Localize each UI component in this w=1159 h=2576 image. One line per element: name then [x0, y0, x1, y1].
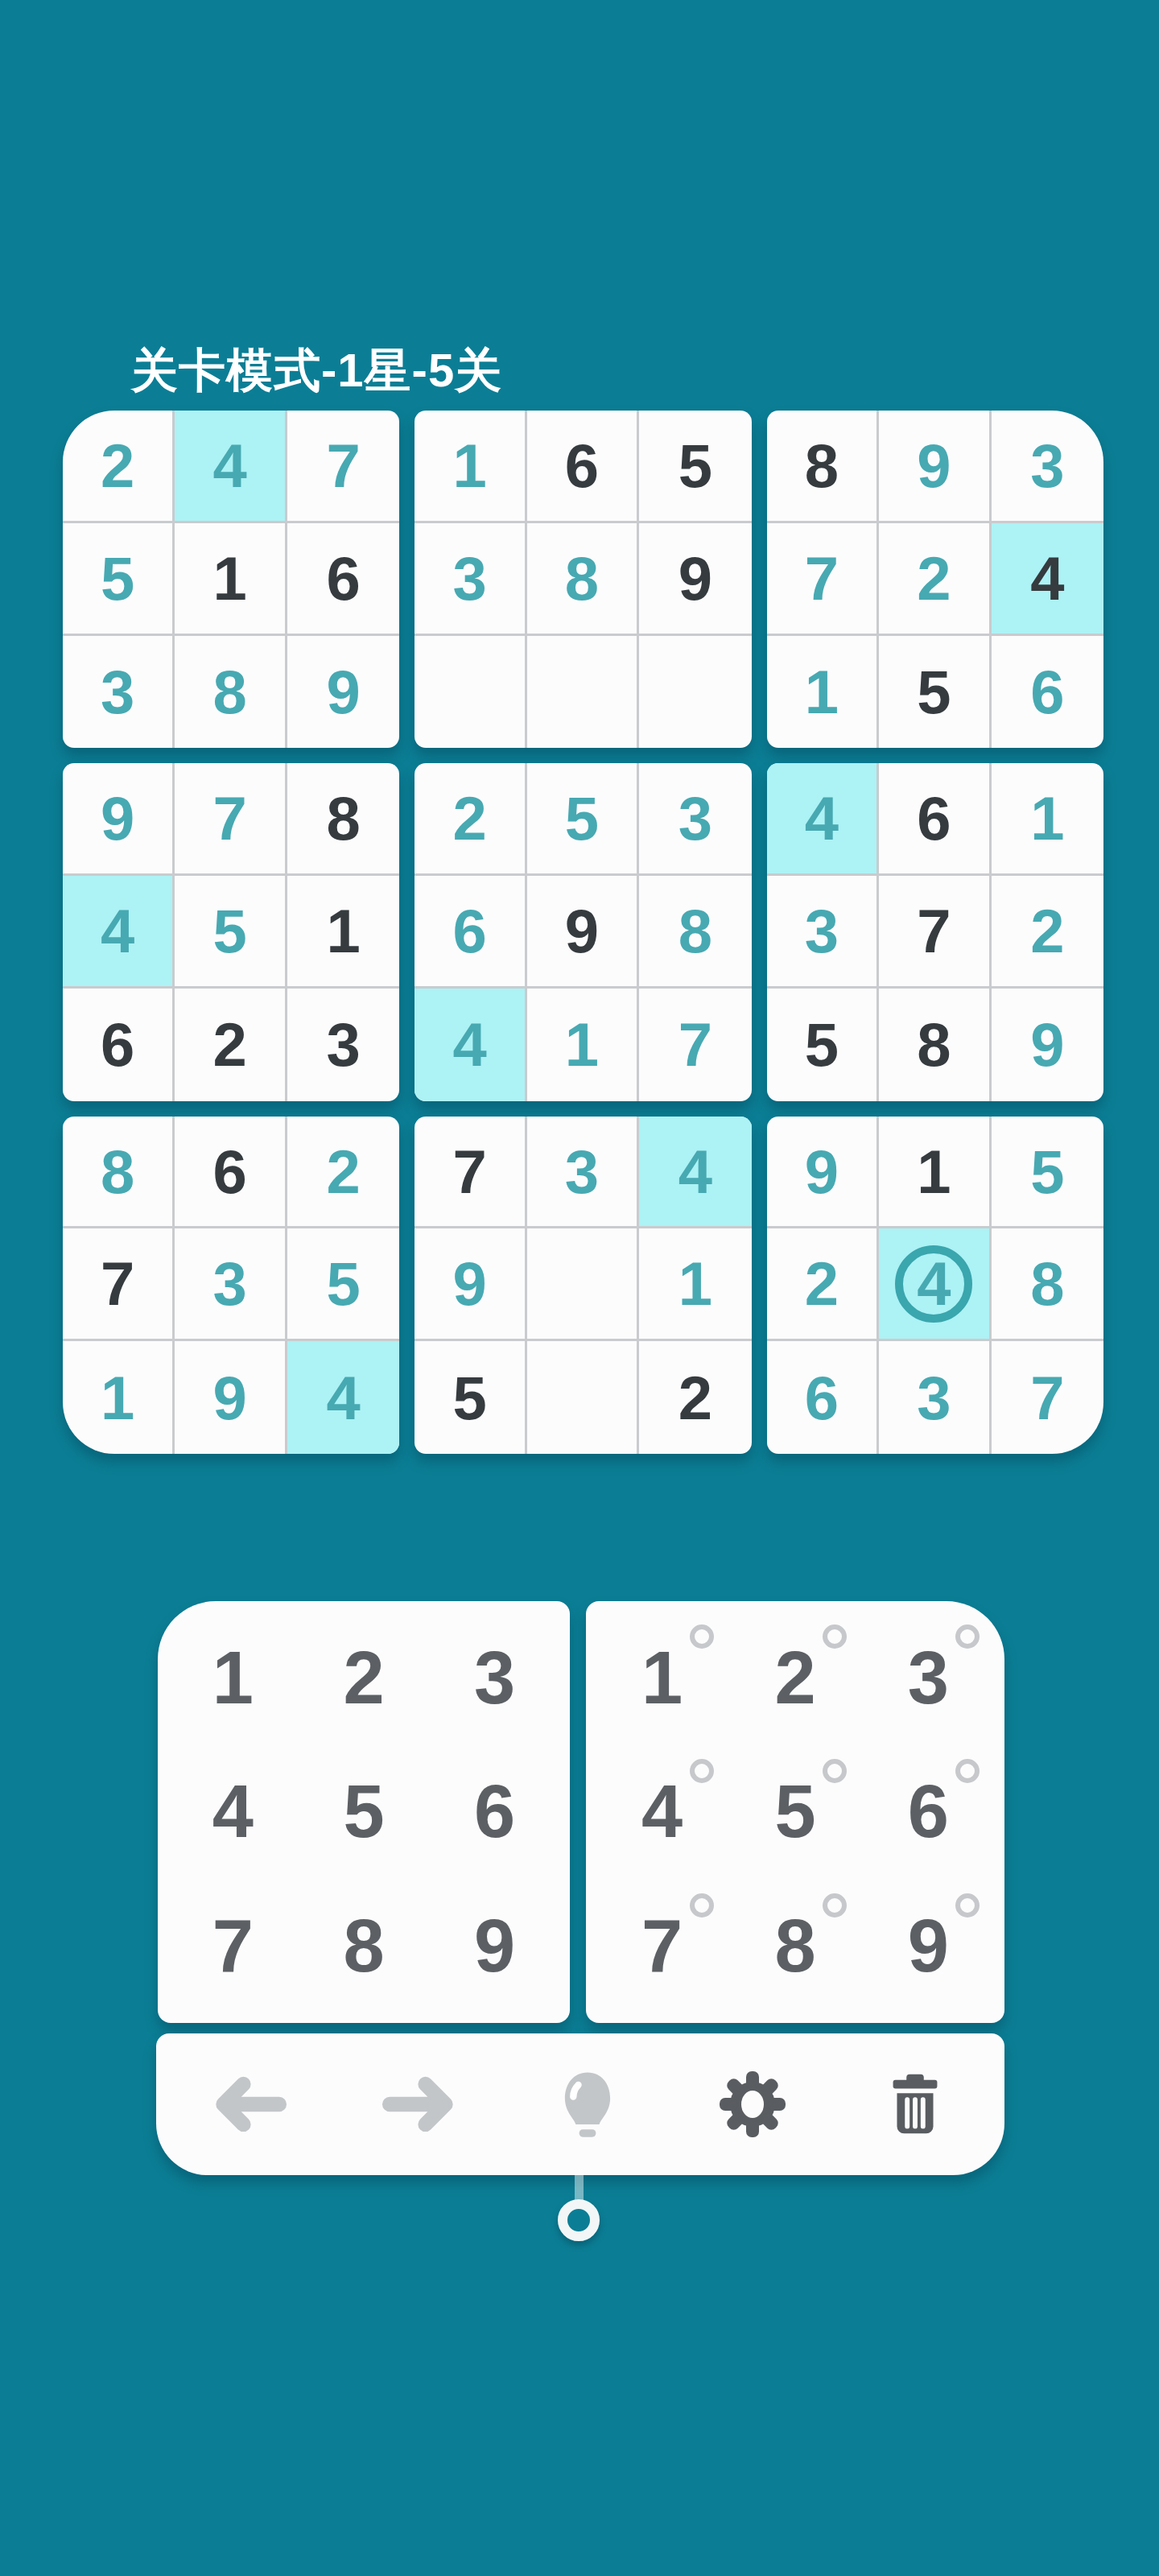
settings-button[interactable]	[714, 2066, 791, 2143]
cell-value: 1	[565, 1009, 599, 1080]
cell-r4c9[interactable]: 1	[992, 763, 1103, 876]
cell-value: 6	[213, 1137, 247, 1207]
cell-r7c2[interactable]: 6	[175, 1117, 287, 1229]
notes-key-2[interactable]: 2	[728, 1611, 861, 1745]
cell-r2c5[interactable]: 8	[527, 523, 639, 636]
cell-r7c8[interactable]: 1	[879, 1117, 991, 1229]
cell-r7c6[interactable]: 4	[639, 1117, 751, 1229]
cell-r8c1[interactable]: 7	[63, 1228, 175, 1341]
cell-value: 6	[326, 543, 360, 613]
cell-r9c8[interactable]: 3	[879, 1341, 991, 1454]
cell-value: 3	[326, 1009, 360, 1080]
cell-value: 7	[917, 896, 951, 966]
cell-value: 7	[805, 543, 839, 613]
cell-r4c8[interactable]: 6	[879, 763, 991, 876]
cell-value: 8	[1030, 1249, 1064, 1319]
cell-r5c7[interactable]: 3	[767, 876, 879, 989]
notes-pad: 123456789	[586, 1601, 1004, 2023]
numpad-key-6[interactable]: 6	[429, 1745, 560, 1880]
cell-r8c2[interactable]: 3	[175, 1228, 287, 1341]
cell-r4c4[interactable]: 2	[415, 763, 526, 876]
cell-r4c5[interactable]: 5	[527, 763, 639, 876]
notes-key-1[interactable]: 1	[596, 1611, 728, 1745]
numpad-key-7[interactable]: 7	[167, 1879, 299, 2013]
box-8: 7349152	[415, 1117, 751, 1454]
cell-value: 2	[805, 1249, 839, 1319]
cell-r1c4[interactable]: 1	[415, 411, 526, 523]
cell-r6c3[interactable]: 3	[287, 989, 399, 1101]
cell-value: 5	[326, 1249, 360, 1319]
undo-button[interactable]	[208, 2062, 291, 2146]
cell-r1c6[interactable]: 5	[639, 411, 751, 523]
note-marker-icon	[823, 1624, 847, 1649]
cell-value: 3	[101, 657, 134, 727]
erase-button[interactable]	[877, 2066, 953, 2142]
drawer-handle[interactable]	[558, 2199, 600, 2241]
cell-r9c2[interactable]: 9	[175, 1341, 287, 1454]
trash-icon	[877, 2066, 953, 2142]
cell-r9c3[interactable]: 4	[287, 1341, 399, 1454]
cell-r8c7[interactable]: 2	[767, 1228, 879, 1341]
numpad-key-5[interactable]: 5	[299, 1745, 430, 1880]
cell-r1c1[interactable]: 2	[63, 411, 175, 523]
cell-value: 9	[326, 657, 360, 727]
cell-value: 4	[326, 1363, 360, 1433]
numpad-key-1[interactable]: 1	[167, 1611, 299, 1745]
cell-value: 6	[452, 896, 486, 966]
numpad-key-3[interactable]: 3	[429, 1611, 560, 1745]
cell-value: 2	[1030, 896, 1064, 966]
cell-value: 4	[805, 783, 839, 853]
cell-value: 6	[1030, 657, 1064, 727]
box-2: 165389	[415, 411, 751, 748]
cell-value: 7	[452, 1137, 486, 1207]
cell-value: 6	[805, 1363, 839, 1433]
cell-value: 7	[326, 431, 360, 501]
note-marker-icon	[955, 1759, 980, 1783]
cell-r7c5[interactable]: 3	[527, 1117, 639, 1229]
cell-r5c9[interactable]: 2	[992, 876, 1103, 989]
note-marker-icon	[690, 1759, 714, 1783]
cell-value: 2	[213, 1009, 247, 1080]
notes-key-3[interactable]: 3	[862, 1611, 995, 1745]
cell-r2c2[interactable]: 1	[175, 523, 287, 636]
cell-value: 8	[565, 543, 599, 613]
board: 2475163891653898937241569784516232536984…	[63, 411, 1103, 1454]
cell-r7c4[interactable]: 7	[415, 1117, 526, 1229]
cell-value: 1	[1030, 783, 1064, 853]
cell-r5c1[interactable]: 4	[63, 876, 175, 989]
cell-r3c5[interactable]	[527, 636, 639, 749]
gear-icon	[714, 2066, 791, 2143]
cell-r6c4[interactable]: 4	[415, 989, 526, 1101]
level-title: 关卡模式-1星-5关	[131, 345, 502, 396]
cell-r1c2[interactable]: 4	[175, 411, 287, 523]
notes-key-5[interactable]: 5	[728, 1745, 861, 1880]
notes-key-4[interactable]: 4	[596, 1745, 728, 1880]
cell-value: 5	[452, 1363, 486, 1433]
box-1: 247516389	[63, 411, 399, 748]
cell-value: 5	[678, 431, 712, 501]
toolbar	[156, 2033, 1004, 2175]
cell-r6c2[interactable]: 2	[175, 989, 287, 1101]
cell-value: 4	[452, 1009, 486, 1080]
cell-value: 7	[1030, 1363, 1064, 1433]
cell-r1c7[interactable]: 8	[767, 411, 879, 523]
cell-value: 2	[326, 1137, 360, 1207]
arrow-right-icon	[377, 2062, 461, 2146]
cell-r2c8[interactable]: 2	[879, 523, 991, 636]
cell-value: 3	[805, 896, 839, 966]
app-screen: 关卡模式-1星-5关 24751638916538989372415697845…	[0, 0, 1159, 2576]
cell-value: 9	[101, 783, 134, 853]
cell-r5c4[interactable]: 6	[415, 876, 526, 989]
cell-value: 1	[917, 1137, 951, 1207]
cell-r3c2[interactable]: 8	[175, 636, 287, 749]
cell-r2c9[interactable]: 4	[992, 523, 1103, 636]
arrow-left-icon	[208, 2062, 291, 2146]
note-marker-icon	[955, 1893, 980, 1918]
cell-r5c2[interactable]: 5	[175, 876, 287, 989]
lightbulb-icon	[547, 2064, 628, 2145]
note-marker-icon	[823, 1759, 847, 1783]
cell-r3c8[interactable]: 5	[879, 636, 991, 749]
cell-r9c6[interactable]: 2	[639, 1341, 751, 1454]
cell-value: 2	[678, 1363, 712, 1433]
cell-r5c8[interactable]: 7	[879, 876, 991, 989]
box-3: 893724156	[767, 411, 1103, 748]
cell-r9c5[interactable]	[527, 1341, 639, 1454]
cell-r3c3[interactable]: 9	[287, 636, 399, 749]
cell-value: 4	[678, 1137, 712, 1207]
cell-r5c3[interactable]: 1	[287, 876, 399, 989]
cell-r6c9[interactable]: 9	[992, 989, 1103, 1101]
notes-key-6[interactable]: 6	[862, 1745, 995, 1880]
cell-value: 8	[678, 896, 712, 966]
cell-value: 4	[213, 431, 247, 501]
cell-r7c9[interactable]: 5	[992, 1117, 1103, 1229]
cell-r2c1[interactable]: 5	[63, 523, 175, 636]
cell-r8c4[interactable]: 9	[415, 1228, 526, 1341]
cell-r8c6[interactable]: 1	[639, 1228, 751, 1341]
cell-r6c5[interactable]: 1	[527, 989, 639, 1101]
cell-value: 1	[101, 1363, 134, 1433]
cell-r9c1[interactable]: 1	[63, 1341, 175, 1454]
cell-value: 5	[1030, 1137, 1064, 1207]
cell-value: 2	[452, 783, 486, 853]
selected-cell-ring	[895, 1245, 972, 1323]
cell-value: 7	[678, 1009, 712, 1080]
cell-value: 6	[101, 1009, 134, 1080]
notes-key-8[interactable]: 8	[728, 1879, 861, 2013]
cell-r1c9[interactable]: 3	[992, 411, 1103, 523]
cell-value: 8	[917, 1009, 951, 1080]
note-marker-icon	[823, 1893, 847, 1918]
cell-r4c1[interactable]: 9	[63, 763, 175, 876]
cell-r4c6[interactable]: 3	[639, 763, 751, 876]
cell-r9c4[interactable]: 5	[415, 1341, 526, 1454]
note-marker-icon	[955, 1624, 980, 1649]
note-marker-icon	[690, 1624, 714, 1649]
note-marker-icon	[690, 1893, 714, 1918]
cell-r2c4[interactable]: 3	[415, 523, 526, 636]
cell-value: 3	[213, 1249, 247, 1319]
cell-value: 9	[917, 431, 951, 501]
box-6: 461372589	[767, 763, 1103, 1100]
cell-value: 3	[565, 1137, 599, 1207]
box-7: 862735194	[63, 1117, 399, 1454]
cell-r1c8[interactable]: 9	[879, 411, 991, 523]
notes-key-7[interactable]: 7	[596, 1879, 728, 2013]
cell-r3c4[interactable]	[415, 636, 526, 749]
cell-r4c3[interactable]: 8	[287, 763, 399, 876]
cell-value: 4	[101, 896, 134, 966]
numpad-key-4[interactable]: 4	[167, 1745, 299, 1880]
cell-value: 5	[565, 783, 599, 853]
cell-r7c1[interactable]: 8	[63, 1117, 175, 1229]
cell-r2c7[interactable]: 7	[767, 523, 879, 636]
cell-value: 3	[678, 783, 712, 853]
cell-r6c8[interactable]: 8	[879, 989, 991, 1101]
cell-value: 5	[805, 1009, 839, 1080]
cell-value: 3	[917, 1363, 951, 1433]
cell-r1c5[interactable]: 6	[527, 411, 639, 523]
cell-r7c3[interactable]: 2	[287, 1117, 399, 1229]
box-5: 253698417	[415, 763, 751, 1100]
cell-value: 1	[213, 543, 247, 613]
cell-r8c3[interactable]: 5	[287, 1228, 399, 1341]
cell-value: 8	[805, 431, 839, 501]
cell-value: 9	[452, 1249, 486, 1319]
cell-value: 5	[101, 543, 134, 613]
cell-r3c6[interactable]	[639, 636, 751, 749]
cell-value: 9	[805, 1137, 839, 1207]
cell-r9c7[interactable]: 6	[767, 1341, 879, 1454]
cell-value: 7	[101, 1249, 134, 1319]
cell-value: 1	[326, 896, 360, 966]
box-4: 978451623	[63, 763, 399, 1100]
cell-r6c7[interactable]: 5	[767, 989, 879, 1101]
cell-r3c7[interactable]: 1	[767, 636, 879, 749]
cell-value: 9	[678, 543, 712, 613]
cell-value: 9	[565, 896, 599, 966]
drawer-handle-stem	[575, 2173, 584, 2201]
hint-button[interactable]	[547, 2064, 628, 2145]
cell-r3c9[interactable]: 6	[992, 636, 1103, 749]
cell-r1c3[interactable]: 7	[287, 411, 399, 523]
numpad-key-2[interactable]: 2	[299, 1611, 430, 1745]
cell-value: 2	[917, 543, 951, 613]
cell-r4c7[interactable]: 4	[767, 763, 879, 876]
cell-value: 3	[1030, 431, 1064, 501]
cell-value: 9	[213, 1363, 247, 1433]
cell-r8c9[interactable]: 8	[992, 1228, 1103, 1341]
cell-value: 1	[452, 431, 486, 501]
digit-pad: 123456789	[158, 1601, 570, 2023]
cell-r3c1[interactable]: 3	[63, 636, 175, 749]
cell-value: 4	[1030, 543, 1064, 613]
cell-r2c3[interactable]: 6	[287, 523, 399, 636]
cell-value: 8	[326, 783, 360, 853]
cell-value: 2	[101, 431, 134, 501]
cell-value: 1	[678, 1249, 712, 1319]
cell-value: 6	[565, 431, 599, 501]
cell-r9c9[interactable]: 7	[992, 1341, 1103, 1454]
box-9: 915248637	[767, 1117, 1103, 1454]
cell-value: 8	[213, 657, 247, 727]
cell-value: 5	[213, 896, 247, 966]
numpad-key-8[interactable]: 8	[299, 1879, 430, 2013]
cell-r6c6[interactable]: 7	[639, 989, 751, 1101]
cell-r2c6[interactable]: 9	[639, 523, 751, 636]
cell-r6c1[interactable]: 6	[63, 989, 175, 1101]
redo-button[interactable]	[377, 2062, 461, 2146]
cell-r4c2[interactable]: 7	[175, 763, 287, 876]
cell-r5c6[interactable]: 8	[639, 876, 751, 989]
numpad-key-9[interactable]: 9	[429, 1879, 560, 2013]
cell-value: 3	[452, 543, 486, 613]
cell-r7c7[interactable]: 9	[767, 1117, 879, 1229]
cell-r8c5[interactable]	[527, 1228, 639, 1341]
notes-key-9[interactable]: 9	[862, 1879, 995, 2013]
cell-value: 1	[805, 657, 839, 727]
cell-value: 8	[101, 1137, 134, 1207]
cell-value: 7	[213, 783, 247, 853]
cell-value: 5	[917, 657, 951, 727]
cell-value: 9	[1030, 1009, 1064, 1080]
cell-r5c5[interactable]: 9	[527, 876, 639, 989]
cell-value: 6	[917, 783, 951, 853]
cell-r8c8[interactable]: 4	[879, 1228, 991, 1341]
